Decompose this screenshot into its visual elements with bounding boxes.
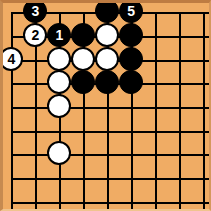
grid-line-vertical — [203, 12, 205, 211]
stone-move-number: 3 — [31, 4, 39, 18]
stone-black — [71, 23, 95, 47]
grid-line-horizontal — [11, 202, 211, 204]
go-diagram: 35214 — [0, 0, 211, 211]
stone-white — [71, 47, 95, 71]
grid-line-vertical — [179, 12, 181, 211]
stone-black-move-5: 5 — [119, 0, 143, 23]
stone-black — [119, 47, 143, 71]
stone-black — [71, 70, 95, 94]
stone-black — [95, 70, 119, 94]
grid-line-horizontal — [11, 178, 211, 180]
stone-white-move-4: 4 — [0, 47, 23, 71]
go-board: 35214 — [0, 0, 211, 211]
stone-move-number: 2 — [31, 28, 39, 42]
stone-white — [95, 23, 119, 47]
stone-move-number: 1 — [55, 28, 63, 42]
grid-line-vertical — [11, 12, 13, 211]
stone-move-number: 5 — [127, 4, 135, 18]
grid-line-horizontal — [11, 131, 211, 133]
stone-white — [47, 141, 71, 165]
stone-black — [119, 70, 143, 94]
grid-line-vertical — [155, 12, 157, 211]
stone-white — [47, 94, 71, 118]
stone-black-move-3: 3 — [23, 0, 47, 23]
stone-white — [95, 47, 119, 71]
stone-move-number: 4 — [8, 52, 16, 66]
stone-black — [95, 0, 119, 23]
stone-white — [47, 47, 71, 71]
stone-black-move-1: 1 — [47, 23, 71, 47]
stone-white — [47, 70, 71, 94]
grid-line-horizontal — [11, 107, 211, 109]
grid-line-horizontal — [11, 154, 211, 156]
stone-black — [119, 23, 143, 47]
stone-white-move-2: 2 — [23, 23, 47, 47]
